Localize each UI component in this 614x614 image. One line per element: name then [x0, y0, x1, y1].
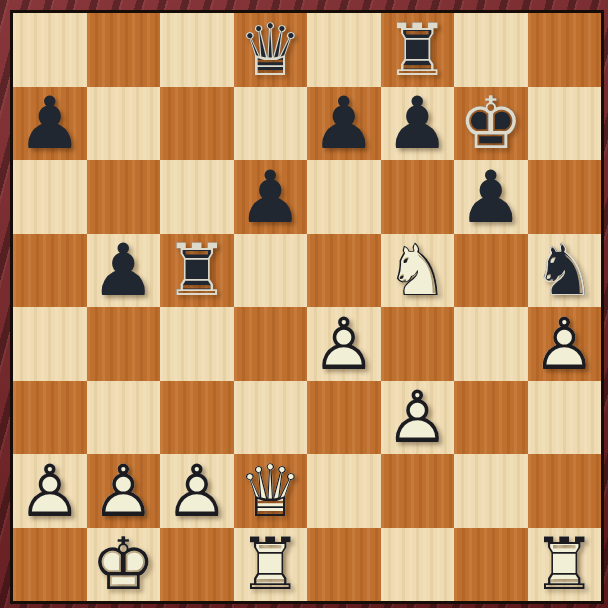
square-d8[interactable]: ♛♕ [234, 13, 308, 87]
square-g4[interactable] [454, 307, 528, 381]
square-g3[interactable] [454, 381, 528, 455]
black-pawn-icon: ♟ [458, 161, 523, 233]
piece-black-queen-d8[interactable]: ♛♕ [234, 13, 308, 87]
square-b1[interactable]: ♚♔ [87, 528, 161, 602]
square-a7[interactable]: ♟ [13, 87, 87, 161]
board-inner-border: ♛♕♜♖♟♟♟♚♔♟♟♟♜♖♞♘♞♘♟♙♟♙♟♙♟♙♟♙♟♙♛♕♚♔♜♖♜♖ [10, 10, 604, 604]
square-f5[interactable]: ♞♘ [381, 234, 455, 308]
piece-white-queen-d2[interactable]: ♛♕ [234, 454, 308, 528]
square-d3[interactable] [234, 381, 308, 455]
square-c7[interactable] [160, 87, 234, 161]
square-g2[interactable] [454, 454, 528, 528]
white-pawn-contour-icon: ♙ [17, 455, 82, 527]
square-g7[interactable]: ♚♔ [454, 87, 528, 161]
piece-black-pawn-e7[interactable]: ♟ [307, 87, 381, 161]
piece-white-pawn-b2[interactable]: ♟♙ [87, 454, 161, 528]
square-d7[interactable] [234, 87, 308, 161]
square-a5[interactable] [13, 234, 87, 308]
square-e1[interactable] [307, 528, 381, 602]
white-pawn-contour-icon: ♙ [532, 308, 597, 380]
black-pawn-icon: ♟ [238, 161, 303, 233]
square-c4[interactable] [160, 307, 234, 381]
piece-black-rook-c5[interactable]: ♜♖ [160, 234, 234, 308]
square-h4[interactable]: ♟♙ [528, 307, 602, 381]
square-a3[interactable] [13, 381, 87, 455]
square-c5[interactable]: ♜♖ [160, 234, 234, 308]
square-b4[interactable] [87, 307, 161, 381]
white-knight-contour-icon: ♘ [385, 234, 450, 306]
square-h1[interactable]: ♜♖ [528, 528, 602, 602]
square-d1[interactable]: ♜♖ [234, 528, 308, 602]
square-d6[interactable]: ♟ [234, 160, 308, 234]
square-f6[interactable] [381, 160, 455, 234]
chess-board: ♛♕♜♖♟♟♟♚♔♟♟♟♜♖♞♘♞♘♟♙♟♙♟♙♟♙♟♙♟♙♛♕♚♔♜♖♜♖ [13, 13, 601, 601]
square-a8[interactable] [13, 13, 87, 87]
square-g8[interactable] [454, 13, 528, 87]
square-h2[interactable] [528, 454, 602, 528]
square-e2[interactable] [307, 454, 381, 528]
white-pawn-contour-icon: ♙ [91, 455, 156, 527]
black-pawn-icon: ♟ [91, 234, 156, 306]
black-queen-contour-icon: ♕ [238, 14, 303, 86]
black-king-contour-icon: ♔ [458, 87, 523, 159]
square-c3[interactable] [160, 381, 234, 455]
white-rook-contour-icon: ♖ [532, 528, 597, 600]
black-pawn-icon: ♟ [385, 87, 450, 159]
piece-black-pawn-g6[interactable]: ♟ [454, 160, 528, 234]
square-a6[interactable] [13, 160, 87, 234]
square-a2[interactable]: ♟♙ [13, 454, 87, 528]
piece-white-knight-f5[interactable]: ♞♘ [381, 234, 455, 308]
square-e7[interactable]: ♟ [307, 87, 381, 161]
piece-black-pawn-b5[interactable]: ♟ [87, 234, 161, 308]
white-king-contour-icon: ♔ [91, 528, 156, 600]
square-a4[interactable] [13, 307, 87, 381]
square-b5[interactable]: ♟ [87, 234, 161, 308]
square-d4[interactable] [234, 307, 308, 381]
piece-white-pawn-c2[interactable]: ♟♙ [160, 454, 234, 528]
square-h6[interactable] [528, 160, 602, 234]
square-e5[interactable] [307, 234, 381, 308]
square-h3[interactable] [528, 381, 602, 455]
piece-black-rook-f8[interactable]: ♜♖ [381, 13, 455, 87]
square-h5[interactable]: ♞♘ [528, 234, 602, 308]
piece-black-knight-h5[interactable]: ♞♘ [528, 234, 602, 308]
square-g1[interactable] [454, 528, 528, 602]
square-f7[interactable]: ♟ [381, 87, 455, 161]
square-e6[interactable] [307, 160, 381, 234]
piece-white-pawn-a2[interactable]: ♟♙ [13, 454, 87, 528]
square-b2[interactable]: ♟♙ [87, 454, 161, 528]
square-f4[interactable] [381, 307, 455, 381]
square-d2[interactable]: ♛♕ [234, 454, 308, 528]
square-b8[interactable] [87, 13, 161, 87]
square-d5[interactable] [234, 234, 308, 308]
square-f2[interactable] [381, 454, 455, 528]
square-e4[interactable]: ♟♙ [307, 307, 381, 381]
square-h8[interactable] [528, 13, 602, 87]
square-c6[interactable] [160, 160, 234, 234]
black-rook-contour-icon: ♖ [385, 14, 450, 86]
black-knight-contour-icon: ♘ [532, 234, 597, 306]
piece-black-pawn-a7[interactable]: ♟ [13, 87, 87, 161]
square-a1[interactable] [13, 528, 87, 602]
piece-white-pawn-e4[interactable]: ♟♙ [307, 307, 381, 381]
square-b3[interactable] [87, 381, 161, 455]
square-c2[interactable]: ♟♙ [160, 454, 234, 528]
piece-black-king-g7[interactable]: ♚♔ [454, 87, 528, 161]
square-c1[interactable] [160, 528, 234, 602]
board-frame: ♛♕♜♖♟♟♟♚♔♟♟♟♜♖♞♘♞♘♟♙♟♙♟♙♟♙♟♙♟♙♛♕♚♔♜♖♜♖ [0, 0, 608, 608]
white-pawn-contour-icon: ♙ [311, 308, 376, 380]
piece-black-pawn-f7[interactable]: ♟ [381, 87, 455, 161]
piece-white-rook-h1[interactable]: ♜♖ [528, 528, 602, 602]
piece-black-pawn-d6[interactable]: ♟ [234, 160, 308, 234]
piece-white-pawn-f3[interactable]: ♟♙ [381, 381, 455, 455]
square-f3[interactable]: ♟♙ [381, 381, 455, 455]
white-queen-contour-icon: ♕ [238, 455, 303, 527]
square-b6[interactable] [87, 160, 161, 234]
square-f8[interactable]: ♜♖ [381, 13, 455, 87]
square-f1[interactable] [381, 528, 455, 602]
black-pawn-icon: ♟ [311, 87, 376, 159]
black-rook-contour-icon: ♖ [164, 234, 229, 306]
piece-white-king-b1[interactable]: ♚♔ [87, 528, 161, 602]
piece-white-pawn-h4[interactable]: ♟♙ [528, 307, 602, 381]
square-g6[interactable]: ♟ [454, 160, 528, 234]
white-pawn-contour-icon: ♙ [164, 455, 229, 527]
square-e8[interactable] [307, 13, 381, 87]
square-c8[interactable] [160, 13, 234, 87]
white-pawn-contour-icon: ♙ [385, 381, 450, 453]
piece-white-rook-d1[interactable]: ♜♖ [234, 528, 308, 602]
square-e3[interactable] [307, 381, 381, 455]
square-b7[interactable] [87, 87, 161, 161]
square-h7[interactable] [528, 87, 602, 161]
square-g5[interactable] [454, 234, 528, 308]
white-rook-contour-icon: ♖ [238, 528, 303, 600]
black-pawn-icon: ♟ [17, 87, 82, 159]
